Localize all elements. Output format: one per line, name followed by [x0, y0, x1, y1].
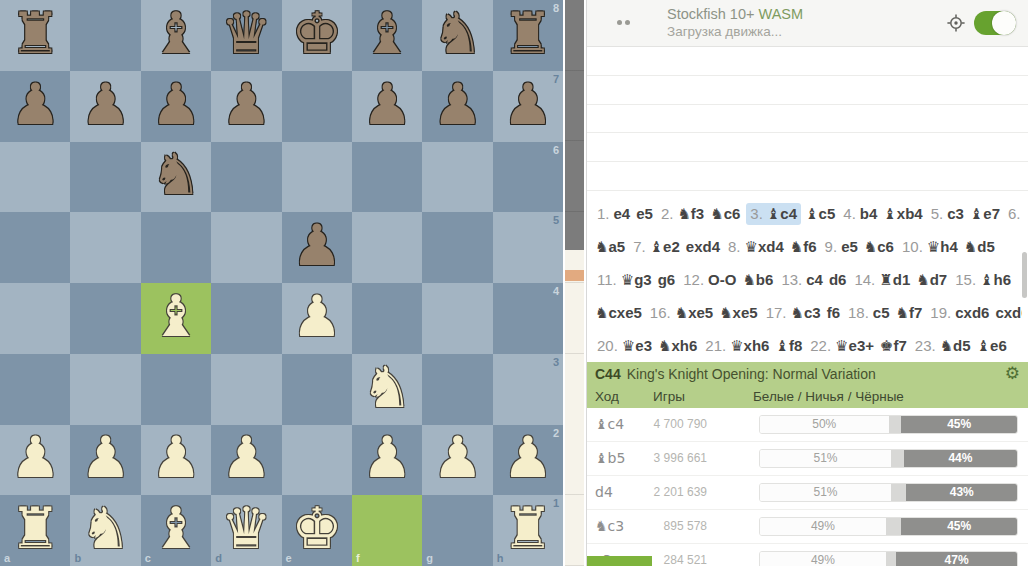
square-d2[interactable]: ♟: [211, 425, 281, 496]
move[interactable]: ♞a5: [595, 238, 625, 255]
move[interactable]: ♝h6: [980, 271, 1011, 288]
move[interactable]: ♛g3: [621, 271, 652, 288]
move-number: 5.: [931, 205, 944, 222]
move[interactable]: ♝f8: [775, 337, 802, 354]
draw-segment: [886, 518, 901, 535]
move[interactable]: ♞d5: [940, 337, 971, 354]
square-c2[interactable]: ♟: [141, 425, 211, 496]
explorer-rows: ♝c44 700 79050%45%♝b53 996 66151%44%d42 …: [587, 408, 1028, 566]
move[interactable]: ♞f6: [790, 238, 817, 255]
piece-black-knight[interactable]: ♞: [141, 142, 211, 213]
file-label-d: d: [215, 553, 222, 564]
square-h8[interactable]: ♜8: [493, 0, 563, 71]
move-list: 1.e4e52.♞f3♞c63.♝c4 ♝c54.b4♝xb45.c3♝e76.…: [587, 191, 1028, 362]
move-number: 9.: [825, 238, 838, 255]
engine-name: Stockfish 10+ WASM: [667, 5, 803, 23]
move[interactable]: g6: [658, 271, 676, 288]
chess-board[interactable]: ♜♝♛♚♝♞♜8♟♟♟♟♟♟♟7♞6♟5♝♟4♞3♟♟♟♟♟♟♟2♜a♞b♝c♛…: [0, 0, 563, 566]
piece-black-pawn[interactable]: ♟: [282, 212, 352, 283]
explorer-row-c4[interactable]: ♝c44 700 79050%45%: [587, 408, 1028, 442]
square-d1[interactable]: ♛d: [211, 495, 281, 566]
move-number: 17.: [766, 304, 787, 321]
move[interactable]: cxd6: [955, 304, 989, 321]
move[interactable]: c4: [806, 271, 823, 288]
piece-white-king[interactable]: ♚: [282, 495, 352, 566]
square-h2[interactable]: ♟2: [493, 425, 563, 496]
square-c1[interactable]: ♝c: [141, 495, 211, 566]
panel-scrollbar-thumb[interactable]: [1022, 252, 1027, 298]
engine-line-empty: [587, 105, 1028, 134]
move-line: 20.♛e3♞xh621.♛xh6♝f822.♛e3+♚f723.♞d5♝e6: [595, 329, 1022, 362]
square-d3[interactable]: [211, 354, 281, 425]
piece-black-rook[interactable]: ♜: [0, 0, 70, 71]
engine-line-empty: [587, 76, 1028, 105]
square-b5[interactable]: [70, 212, 140, 283]
piece-black-pawn[interactable]: ♟: [70, 71, 140, 142]
move[interactable]: ♞xe5: [719, 304, 757, 321]
move[interactable]: ♞c3: [791, 304, 821, 321]
move[interactable]: ♝e7: [970, 205, 1000, 222]
move-number: 23.: [915, 337, 936, 354]
square-b7[interactable]: ♟: [70, 71, 140, 142]
engine-toggle-knob: [992, 11, 1016, 35]
move[interactable]: ♛xd4: [745, 238, 784, 255]
explorer-col-games: Игры: [653, 389, 753, 404]
explorer-games-count: 3 996 661: [645, 451, 707, 465]
square-f4[interactable]: [352, 283, 422, 354]
square-c8[interactable]: ♝: [141, 0, 211, 71]
square-a3[interactable]: [0, 354, 70, 425]
square-c5[interactable]: [141, 212, 211, 283]
square-e3[interactable]: [282, 354, 352, 425]
piece-white-rook[interactable]: ♜: [0, 495, 70, 566]
move[interactable]: ♞d7: [916, 271, 947, 288]
move-number: 22.: [810, 337, 831, 354]
square-f1[interactable]: f: [352, 495, 422, 566]
move[interactable]: ♞c6: [864, 238, 894, 255]
square-h3[interactable]: 3: [493, 354, 563, 425]
file-label-a: a: [4, 553, 10, 564]
square-h4[interactable]: 4: [493, 283, 563, 354]
move[interactable]: ♛e3+: [835, 337, 874, 354]
square-g4[interactable]: [422, 283, 492, 354]
explorer-gear-icon[interactable]: ⚙: [1005, 365, 1020, 382]
move-number: 21.: [705, 337, 726, 354]
move[interactable]: ♞c6: [710, 205, 740, 222]
square-b4[interactable]: [70, 283, 140, 354]
explorer-col-move: Ход: [595, 389, 653, 404]
piece-white-pawn[interactable]: ♟: [141, 425, 211, 496]
square-g6[interactable]: [422, 142, 492, 213]
draw-segment: [889, 416, 902, 433]
move-number: 20.: [597, 337, 618, 354]
piece-white-knight[interactable]: ♞: [352, 354, 422, 425]
square-b2[interactable]: ♟: [70, 425, 140, 496]
explorer-move[interactable]: ♞c3: [595, 518, 645, 534]
move[interactable]: ♞f7: [896, 304, 923, 321]
square-b6[interactable]: [70, 142, 140, 213]
rank-label-3: 3: [553, 357, 559, 368]
square-d7[interactable]: ♟: [211, 71, 281, 142]
move[interactable]: ♚f7: [880, 337, 907, 354]
file-label-g: g: [426, 553, 433, 564]
square-c6[interactable]: ♞: [141, 142, 211, 213]
draw-segment: [891, 484, 906, 501]
engine-toggle[interactable]: [974, 11, 1016, 35]
square-a5[interactable]: [0, 212, 70, 283]
rank-label-6: 6: [553, 145, 559, 156]
file-label-c: c: [145, 553, 151, 564]
explorer-bottom-accent: [587, 556, 652, 566]
engine-lines-area: [587, 47, 1028, 191]
explorer-games-count: 895 578: [645, 519, 707, 533]
square-e6[interactable]: [282, 142, 352, 213]
square-b1[interactable]: ♞b: [70, 495, 140, 566]
move-number: 11.: [597, 271, 617, 288]
square-b3[interactable]: [70, 354, 140, 425]
piece-white-pawn[interactable]: ♟: [422, 425, 492, 496]
engine-line-empty: [587, 133, 1028, 162]
piece-white-pawn[interactable]: ♟: [282, 283, 352, 354]
eval-gauge: [565, 0, 584, 566]
engine-line-empty: [587, 47, 1028, 76]
white-wins-segment: 51%: [760, 450, 891, 467]
piece-black-knight[interactable]: ♞: [422, 0, 492, 71]
square-e1[interactable]: ♚e: [282, 495, 352, 566]
move-number: 16.: [650, 304, 671, 321]
result-bar: 51%44%: [759, 449, 1018, 468]
move[interactable]: cxd6: [995, 304, 1022, 321]
piece-black-bishop[interactable]: ♝: [141, 0, 211, 71]
explorer-games-count: 284 521: [645, 553, 707, 566]
move-number: 8.: [728, 238, 741, 255]
explorer-move[interactable]: ♝b5: [595, 450, 645, 466]
square-c4[interactable]: ♝: [141, 283, 211, 354]
square-f8[interactable]: ♝: [352, 0, 422, 71]
rank-label-1: 1: [553, 498, 559, 509]
square-f3[interactable]: ♞: [352, 354, 422, 425]
white-wins-segment: 51%: [760, 484, 891, 501]
draw-segment: [886, 552, 896, 566]
piece-white-pawn[interactable]: ♟: [70, 425, 140, 496]
square-f6[interactable]: [352, 142, 422, 213]
square-b8[interactable]: [70, 0, 140, 71]
black-wins-segment: 43%: [906, 484, 1017, 501]
square-f7[interactable]: ♟: [352, 71, 422, 142]
analysis-app: ♜♝♛♚♝♞♜8♟♟♟♟♟♟♟7♞6♟5♝♟4♞3♟♟♟♟♟♟♟2♜a♞b♝c♛…: [0, 0, 1028, 566]
move-line: ♞a57.♝e2exd48.♛xd4♞f69.e5♞c610.♛h4♞d5: [595, 230, 1022, 263]
piece-white-bishop[interactable]: ♝: [141, 495, 211, 566]
result-bar: 49%47%: [759, 551, 1018, 566]
piece-black-bishop[interactable]: ♝: [352, 0, 422, 71]
square-c7[interactable]: ♟: [141, 71, 211, 142]
move[interactable]: ♝e2: [650, 238, 680, 255]
explorer-row-d4[interactable]: d42 201 63951%43%: [587, 476, 1028, 510]
square-h5[interactable]: 5: [493, 212, 563, 283]
move[interactable]: e4: [614, 205, 631, 222]
move[interactable]: ♛h4: [927, 238, 958, 255]
square-g2[interactable]: ♟: [422, 425, 492, 496]
engine-title: Stockfish 10+ WASM Загрузка движка...: [667, 5, 803, 40]
rank-label-2: 2: [553, 428, 559, 439]
result-bar: 51%43%: [759, 483, 1018, 502]
engine-tech-label: WASM: [758, 6, 803, 22]
black-wins-segment: 45%: [901, 416, 1017, 433]
file-label-f: f: [356, 553, 360, 564]
square-h7[interactable]: ♟7: [493, 71, 563, 142]
piece-black-king[interactable]: ♚: [282, 0, 352, 71]
move-line: ♞cxe516.♞xe5♞xe517.♞c3f618.c5♞f719.cxd6c…: [595, 296, 1022, 329]
move-number: 14.: [854, 271, 875, 288]
opening-explorer-header: C44 King's Knight Opening: Normal Variat…: [587, 362, 1028, 386]
move-number: 2.: [661, 205, 674, 222]
move[interactable]: e5: [841, 238, 858, 255]
square-e2[interactable]: [282, 425, 352, 496]
piece-white-bishop[interactable]: ♝: [141, 283, 211, 354]
move-number: 4.: [843, 205, 856, 222]
square-g7[interactable]: ♟: [422, 71, 492, 142]
engine-line-empty: [587, 162, 1028, 191]
black-wins-segment: 47%: [896, 552, 1017, 566]
rank-label-8: 8: [553, 3, 559, 14]
move[interactable]: exd4: [686, 238, 720, 255]
square-h6[interactable]: 6: [493, 142, 563, 213]
square-f2[interactable]: ♟: [352, 425, 422, 496]
square-f5[interactable]: [352, 212, 422, 283]
move-number: 6.: [1008, 205, 1021, 222]
square-g1[interactable]: g: [422, 495, 492, 566]
rank-label-7: 7: [553, 74, 559, 85]
piece-black-pawn[interactable]: ♟: [211, 71, 281, 142]
explorer-move[interactable]: d4: [595, 484, 645, 500]
move[interactable]: ♞f3: [677, 205, 704, 222]
square-e7[interactable]: [282, 71, 352, 142]
opening-eco-code: C44: [595, 366, 621, 382]
move-number: 18.: [848, 304, 869, 321]
piece-white-pawn[interactable]: ♟: [352, 425, 422, 496]
square-g5[interactable]: [422, 212, 492, 283]
move[interactable]: f6: [827, 304, 840, 321]
engine-status: Загрузка движка...: [667, 23, 803, 40]
piece-white-pawn[interactable]: ♟: [0, 425, 70, 496]
eval-gauge-ticks: [565, 0, 584, 566]
move[interactable]: ♝e6: [977, 337, 1007, 354]
move[interactable]: c5: [873, 304, 890, 321]
square-a6[interactable]: [0, 142, 70, 213]
move[interactable]: b4: [860, 205, 878, 222]
move-line: 11.♛g3g612.O-O♞b613.c4d614.♜d1♞d715.♝h6: [595, 263, 1022, 296]
move[interactable]: O-O: [708, 271, 736, 288]
square-a1[interactable]: ♜a: [0, 495, 70, 566]
move-number: 3.: [750, 205, 763, 222]
explorer-row-c3[interactable]: ♞c3895 57849%45%: [587, 510, 1028, 544]
draw-segment: [891, 450, 904, 467]
square-c3[interactable]: [141, 354, 211, 425]
move[interactable]: ♝xb4: [883, 205, 922, 222]
piece-black-queen[interactable]: ♛: [211, 0, 281, 71]
piece-black-pawn[interactable]: ♟: [0, 71, 70, 142]
move[interactable]: ♛xh6: [730, 337, 769, 354]
square-a7[interactable]: ♟: [0, 71, 70, 142]
square-a2[interactable]: ♟: [0, 425, 70, 496]
white-wins-segment: 50%: [760, 416, 889, 433]
move-number: 10.: [902, 238, 923, 255]
move[interactable]: ♞d5: [964, 238, 995, 255]
piece-black-pawn[interactable]: ♟: [422, 71, 492, 142]
piece-white-pawn[interactable]: ♟: [211, 425, 281, 496]
square-a4[interactable]: [0, 283, 70, 354]
square-d6[interactable]: [211, 142, 281, 213]
move[interactable]: ♜d1: [879, 271, 910, 288]
engine-header: Stockfish 10+ WASM Загрузка движка...: [587, 0, 1028, 47]
analysis-panel: Stockfish 10+ WASM Загрузка движка... 1.…: [586, 0, 1028, 566]
file-label-b: b: [74, 553, 81, 564]
move-number: 13.: [781, 271, 802, 288]
move-number: 7.: [633, 238, 646, 255]
file-label-h: h: [497, 553, 504, 564]
move[interactable]: ♝c5: [805, 205, 835, 222]
rank-label-4: 4: [553, 286, 559, 297]
move[interactable]: ♞b6: [742, 271, 773, 288]
opening-name: King's Knight Opening: Normal Variation: [627, 366, 876, 382]
white-wins-segment: 49%: [760, 552, 886, 566]
square-h1[interactable]: ♜1h: [493, 495, 563, 566]
move-number: 15.: [955, 271, 976, 288]
square-e5[interactable]: ♟: [282, 212, 352, 283]
black-wins-segment: 44%: [904, 450, 1017, 467]
piece-black-pawn[interactable]: ♟: [141, 71, 211, 142]
explorer-row-b5[interactable]: ♝b53 996 66151%44%: [587, 442, 1028, 476]
explorer-column-headers: Ход Игры Белые / Ничья / Чёрные: [587, 386, 1028, 408]
move[interactable]: d6: [829, 271, 847, 288]
explorer-games-count: 4 700 790: [645, 417, 707, 431]
square-d8[interactable]: ♛: [211, 0, 281, 71]
engine-loading-dots-icon: [617, 20, 630, 25]
move[interactable]: ♞xh6: [658, 337, 697, 354]
current-move-highlight[interactable]: 3.♝c4: [746, 203, 801, 225]
move-number: 12.: [683, 271, 704, 288]
square-e8[interactable]: ♚: [282, 0, 352, 71]
move[interactable]: ♞cxe5: [595, 304, 642, 321]
move[interactable]: ♛e3: [622, 337, 652, 354]
practice-target-icon[interactable]: [946, 13, 966, 33]
black-wins-segment: 45%: [901, 518, 1017, 535]
piece-black-pawn[interactable]: ♟: [352, 71, 422, 142]
square-g3[interactable]: [422, 354, 492, 425]
result-bar: 50%45%: [759, 415, 1018, 434]
explorer-col-results: Белые / Ничья / Чёрные: [753, 389, 1020, 404]
white-wins-segment: 49%: [760, 518, 886, 535]
rank-label-5: 5: [553, 215, 559, 226]
square-a8[interactable]: ♜: [0, 0, 70, 71]
square-g8[interactable]: ♞: [422, 0, 492, 71]
square-d4[interactable]: [211, 283, 281, 354]
file-label-e: e: [286, 553, 292, 564]
move-line: 1.e4e52.♞f3♞c63.♝c4 ♝c54.b4♝xb45.c3♝e76.…: [595, 197, 1022, 230]
move[interactable]: ♞xe5: [675, 304, 713, 321]
explorer-row-c3[interactable]: c3284 52149%47%: [587, 544, 1028, 566]
move[interactable]: ♝c4: [767, 205, 797, 222]
square-d5[interactable]: [211, 212, 281, 283]
explorer-move[interactable]: ♝c4: [595, 416, 645, 432]
move[interactable]: c3: [947, 205, 964, 222]
result-bar: 49%45%: [759, 517, 1018, 536]
move-number: 19.: [930, 304, 951, 321]
move[interactable]: e5: [636, 205, 653, 222]
explorer-games-count: 2 201 639: [645, 485, 707, 499]
square-e4[interactable]: ♟: [282, 283, 352, 354]
move-number: 1.: [597, 205, 610, 222]
